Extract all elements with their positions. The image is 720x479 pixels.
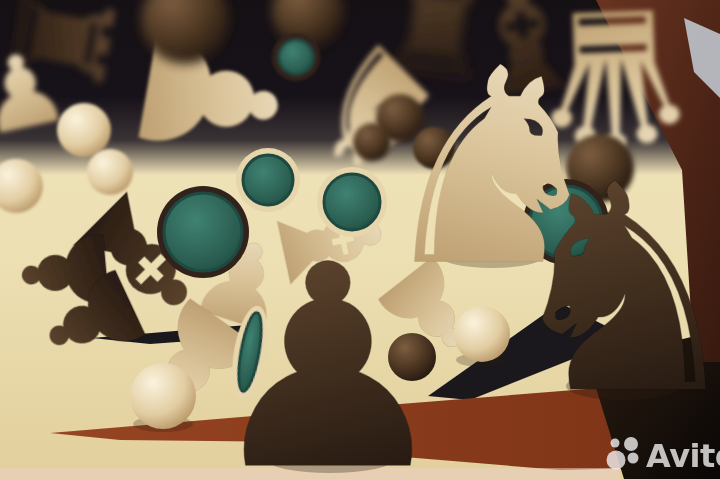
- felt-base-center-left-felt-pad: [243, 155, 293, 205]
- avito-logo-dot-bottom-right: [628, 453, 639, 464]
- felt-base-center-left: [236, 148, 300, 212]
- avito-watermark-text: Avito: [646, 437, 720, 475]
- avito-logo-dot-top-right: [624, 437, 638, 451]
- light-pawn-head-bottom-left: [130, 363, 196, 429]
- photo-stage: ♜♟♜♝♛♟♞ ♝♟♝♟♟♟♟ ♞♞♟ Avito: [0, 0, 720, 479]
- chess-pieces-photo: ♜♟♜♝♛♟♞ ♝♟♝♟♟♟♟ ♞♞♟ Avito: [0, 0, 720, 479]
- avito-logo-dot-small: [611, 439, 620, 448]
- avito-logo-dot-large: [607, 451, 626, 470]
- felt-base-top-left-felt-pad: [279, 40, 313, 74]
- dark-knight-standing: ♞: [496, 124, 720, 456]
- dark-pawn-standing-center: ♟: [202, 205, 453, 479]
- felt-base-top-left: [272, 33, 320, 81]
- light-pawn-head-left-1: [57, 103, 111, 157]
